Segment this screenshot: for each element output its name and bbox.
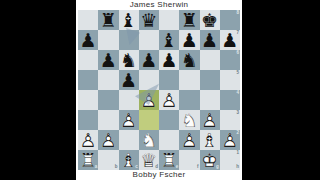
- square-f1[interactable]: f: [179, 150, 199, 170]
- board-panel: James Sherwin ♜♝♛♜♚8♟♝♟♟♟7♟♞♟♟♞6♟5♟♙♟♙4♟…: [76, 0, 242, 180]
- square-g5[interactable]: [200, 70, 220, 90]
- rank-label: 4: [236, 91, 239, 96]
- rank-label: 7: [236, 31, 239, 36]
- chess-video-frame: James Sherwin ♜♝♛♜♚8♟♝♟♟♟7♟♞♟♟♞6♟5♟♙♟♙4♟…: [0, 0, 320, 180]
- letterbox-left: [0, 0, 76, 180]
- black-bishop: ♝: [119, 10, 139, 30]
- white-pawn-outline: ♙: [179, 130, 199, 150]
- file-label: e: [176, 165, 179, 170]
- black-pawn: ♟: [119, 70, 139, 90]
- square-f5[interactable]: [179, 70, 199, 90]
- square-g7[interactable]: ♟: [200, 30, 220, 50]
- square-c6[interactable]: ♞: [119, 50, 139, 70]
- black-rook: ♜: [179, 10, 199, 30]
- square-a7[interactable]: ♟: [78, 30, 98, 50]
- square-d3[interactable]: [139, 110, 159, 130]
- square-f4[interactable]: [179, 90, 199, 110]
- square-f7[interactable]: ♟: [179, 30, 199, 50]
- white-pawn-outline: ♙: [119, 110, 139, 130]
- file-label: f: [197, 165, 199, 170]
- square-e6[interactable]: ♟: [159, 50, 179, 70]
- chess-board: ♜♝♛♜♚8♟♝♟♟♟7♟♞♟♟♞6♟5♟♙♟♙4♟♙♞♘♟♙3♟♙♟♙♞♘♟♙…: [78, 10, 240, 170]
- square-h6[interactable]: 6: [220, 50, 240, 70]
- black-pawn: ♟: [200, 30, 220, 50]
- rank-label: 8: [236, 11, 239, 16]
- file-label: g: [216, 165, 219, 170]
- square-c4[interactable]: [119, 90, 139, 110]
- square-c1[interactable]: ♝♗c: [119, 150, 139, 170]
- square-g2[interactable]: ♝♗: [200, 130, 220, 150]
- rank-label: 5: [236, 71, 239, 76]
- square-d6[interactable]: ♟: [139, 50, 159, 70]
- square-b3[interactable]: [98, 110, 118, 130]
- square-a1[interactable]: ♜♖a: [78, 150, 98, 170]
- square-h4[interactable]: 4: [220, 90, 240, 110]
- square-e7[interactable]: ♝: [159, 30, 179, 50]
- black-pawn: ♟: [98, 50, 118, 70]
- square-c7[interactable]: [119, 30, 139, 50]
- square-c2[interactable]: [119, 130, 139, 150]
- square-h1[interactable]: 1h: [220, 150, 240, 170]
- black-rook: ♜: [98, 10, 118, 30]
- square-e4[interactable]: ♟♙: [159, 90, 179, 110]
- board-area: ♜♝♛♜♚8♟♝♟♟♟7♟♞♟♟♞6♟5♟♙♟♙4♟♙♞♘♟♙3♟♙♟♙♞♘♟♙…: [78, 10, 240, 170]
- rank-label: 6: [236, 51, 239, 56]
- square-b4[interactable]: [98, 90, 118, 110]
- white-pawn-outline: ♙: [78, 130, 98, 150]
- square-c3[interactable]: ♟♙: [119, 110, 139, 130]
- square-a6[interactable]: [78, 50, 98, 70]
- black-pawn: ♟: [159, 50, 179, 70]
- square-d5[interactable]: [139, 70, 159, 90]
- square-b2[interactable]: ♟♙: [98, 130, 118, 150]
- file-label: a: [95, 165, 98, 170]
- square-h2[interactable]: ♟♙2: [220, 130, 240, 150]
- square-h7[interactable]: ♟7: [220, 30, 240, 50]
- file-label: d: [155, 165, 158, 170]
- square-a5[interactable]: [78, 70, 98, 90]
- file-label: h: [236, 165, 239, 170]
- square-a3[interactable]: [78, 110, 98, 130]
- black-queen: ♛: [139, 10, 159, 30]
- square-d2[interactable]: ♞♘: [139, 130, 159, 150]
- square-f8[interactable]: ♜: [179, 10, 199, 30]
- square-d8[interactable]: ♛: [139, 10, 159, 30]
- rank-label: 3: [236, 111, 239, 116]
- black-pawn: ♟: [139, 50, 159, 70]
- black-pawn: ♟: [78, 30, 98, 50]
- square-e5[interactable]: [159, 70, 179, 90]
- square-e2[interactable]: [159, 130, 179, 150]
- square-g1[interactable]: ♚♔g: [200, 150, 220, 170]
- square-h3[interactable]: 3: [220, 110, 240, 130]
- square-g6[interactable]: [200, 50, 220, 70]
- square-f2[interactable]: ♟♙: [179, 130, 199, 150]
- white-knight-outline: ♘: [179, 110, 199, 130]
- square-e8[interactable]: [159, 10, 179, 30]
- square-b1[interactable]: b: [98, 150, 118, 170]
- square-e3[interactable]: [159, 110, 179, 130]
- square-a8[interactable]: [78, 10, 98, 30]
- player-name-bottom: Bobby Fscher: [76, 170, 242, 180]
- square-e1[interactable]: ♜♖e: [159, 150, 179, 170]
- square-h8[interactable]: 8: [220, 10, 240, 30]
- rank-label: 1: [236, 151, 239, 156]
- square-h5[interactable]: 5: [220, 70, 240, 90]
- white-pawn-outline: ♙: [98, 130, 118, 150]
- black-knight: ♞: [119, 50, 139, 70]
- square-d7[interactable]: [139, 30, 159, 50]
- square-c5[interactable]: ♟: [119, 70, 139, 90]
- square-a4[interactable]: [78, 90, 98, 110]
- black-bishop: ♝: [159, 30, 179, 50]
- white-bishop-outline: ♗: [200, 130, 220, 150]
- square-f3[interactable]: ♞♘: [179, 110, 199, 130]
- white-pawn-outline: ♙: [159, 90, 179, 110]
- square-g3[interactable]: ♟♙: [200, 110, 220, 130]
- black-knight: ♞: [179, 50, 199, 70]
- file-label: b: [115, 165, 118, 170]
- white-pawn-outline: ♙: [139, 90, 159, 110]
- square-b8[interactable]: ♜: [98, 10, 118, 30]
- square-c8[interactable]: ♝: [119, 10, 139, 30]
- black-king: ♚: [200, 10, 220, 30]
- square-d4[interactable]: ♟♙: [139, 90, 159, 110]
- square-b6[interactable]: ♟: [98, 50, 118, 70]
- square-g8[interactable]: ♚: [200, 10, 220, 30]
- white-pawn-outline: ♙: [200, 110, 220, 130]
- white-knight-outline: ♘: [139, 130, 159, 150]
- square-f6[interactable]: ♞: [179, 50, 199, 70]
- square-a2[interactable]: ♟♙: [78, 130, 98, 150]
- black-pawn: ♟: [179, 30, 199, 50]
- square-d1[interactable]: ♛♕d: [139, 150, 159, 170]
- square-b5[interactable]: [98, 70, 118, 90]
- letterbox-right: [242, 0, 320, 180]
- square-b7[interactable]: [98, 30, 118, 50]
- rank-label: 2: [236, 131, 239, 136]
- square-g4[interactable]: [200, 90, 220, 110]
- file-label: c: [135, 165, 138, 170]
